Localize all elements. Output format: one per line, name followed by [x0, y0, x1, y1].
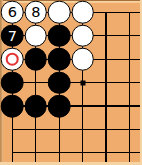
- go-board: 687: [0, 0, 142, 165]
- stone-black[interactable]: 7: [1, 25, 24, 48]
- stone-black[interactable]: [25, 95, 48, 118]
- stone-white[interactable]: [48, 1, 71, 24]
- stone-white[interactable]: 8: [25, 1, 48, 24]
- stone-black[interactable]: [1, 95, 24, 118]
- circle-marker-icon: [6, 53, 19, 66]
- star-point: [80, 80, 85, 85]
- move-number-label: 7: [8, 29, 17, 44]
- board-edge-top: [0, 0, 142, 3]
- board-edge-bottom: [0, 162, 142, 165]
- stone-black[interactable]: [48, 25, 71, 48]
- stone-white[interactable]: [25, 25, 48, 48]
- grid-line-horizontal: [12, 152, 142, 153]
- stone-black[interactable]: [48, 95, 71, 118]
- stone-black[interactable]: [1, 71, 24, 94]
- stone-white[interactable]: [71, 1, 94, 24]
- board-edge-right: [140, 0, 142, 165]
- stone-black[interactable]: [48, 71, 71, 94]
- stone-black[interactable]: [48, 48, 71, 71]
- move-number-label: 6: [8, 5, 17, 20]
- stone-white[interactable]: [71, 48, 94, 71]
- stone-white[interactable]: [1, 48, 24, 71]
- stone-black[interactable]: [25, 48, 48, 71]
- grid-line-horizontal: [12, 129, 142, 130]
- move-number-label: 8: [31, 5, 40, 20]
- grid-line-horizontal: [12, 82, 142, 83]
- stone-white[interactable]: [71, 25, 94, 48]
- stone-white[interactable]: 6: [1, 1, 24, 24]
